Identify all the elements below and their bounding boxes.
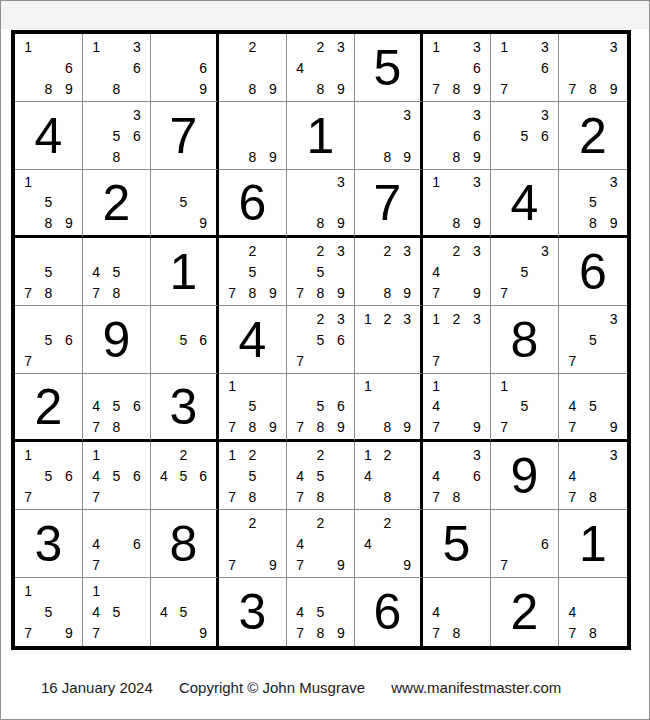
solved-digit: 6	[374, 587, 402, 637]
pencil-mark-9: 9	[193, 623, 213, 644]
pencil-mark-2: 2	[242, 444, 262, 465]
solved-digit: 3	[239, 587, 267, 637]
pencil-mark-2: 2	[378, 444, 398, 465]
pencil-mark-1: 1	[86, 36, 106, 57]
pencil-mark-7: 7	[86, 417, 106, 437]
pencil-mark-4: 4	[290, 601, 310, 622]
pencil-mark-6: 6	[193, 57, 213, 78]
pencil-mark-5: 5	[38, 601, 58, 622]
cell-r8c3: 8	[151, 510, 219, 578]
cell-r6c2: 45678	[83, 374, 151, 442]
pencil-marks: 356	[494, 104, 555, 167]
cell-r9c2: 1457	[83, 578, 151, 646]
pencil-mark-8: 8	[310, 282, 330, 303]
pencil-mark-2: 2	[310, 240, 330, 261]
pencil-mark-9: 9	[193, 78, 213, 99]
pencil-marks: 23479	[426, 240, 487, 303]
solved-digit: 9	[511, 451, 539, 501]
pencil-mark-8: 8	[106, 282, 126, 303]
solved-digit: 8	[511, 315, 539, 365]
cell-r2c3: 7	[151, 102, 219, 170]
cell-r8c6: 249	[355, 510, 423, 578]
cell-r2c6: 389	[355, 102, 423, 170]
pencil-mark-8: 8	[583, 486, 604, 507]
pencil-mark-4: 4	[426, 261, 446, 282]
pencil-marks: 1567	[18, 444, 79, 507]
pencil-mark-7: 7	[562, 350, 583, 371]
pencil-mark-2: 2	[310, 36, 330, 57]
pencil-mark-5: 5	[310, 261, 330, 282]
pencil-mark-3: 3	[467, 240, 487, 261]
pencil-mark-6: 6	[127, 396, 147, 416]
solved-digit: 2	[511, 587, 539, 637]
pencil-marks: 2456	[154, 444, 213, 507]
cell-r7c9: 3478	[559, 442, 627, 510]
cell-r1c1: 1689	[15, 34, 83, 102]
pencil-mark-5: 5	[38, 261, 58, 282]
pencil-mark-8: 8	[106, 146, 126, 167]
pencil-mark-3: 3	[535, 36, 555, 57]
pencil-mark-7: 7	[18, 486, 38, 507]
pencil-marks: 459	[154, 580, 213, 644]
pencil-marks: 1479	[426, 376, 487, 437]
pencil-mark-2: 2	[378, 240, 398, 261]
pencil-mark-6: 6	[467, 57, 487, 78]
pencil-marks: 578	[18, 240, 79, 303]
cell-r9c9: 478	[559, 578, 627, 646]
pencil-mark-6: 6	[127, 57, 147, 78]
pencil-mark-8: 8	[378, 417, 398, 437]
solved-digit: 1	[170, 247, 198, 297]
pencil-mark-7: 7	[222, 486, 242, 507]
pencil-marks: 23489	[290, 36, 351, 99]
pencil-mark-9: 9	[59, 623, 79, 644]
pencil-mark-8: 8	[38, 78, 58, 99]
pencil-mark-8: 8	[446, 78, 466, 99]
pencil-marks: 24578	[290, 444, 351, 507]
cell-r3c5: 389	[287, 170, 355, 238]
pencil-mark-6: 6	[127, 533, 147, 554]
pencil-mark-5: 5	[310, 396, 330, 416]
pencil-mark-5: 5	[583, 192, 604, 212]
cell-r1c7: 136789	[423, 34, 491, 102]
pencil-mark-8: 8	[310, 417, 330, 437]
pencil-mark-1: 1	[494, 36, 514, 57]
cell-r9c5: 45789	[287, 578, 355, 646]
cell-r2c2: 3568	[83, 102, 151, 170]
pencil-marks: 123	[358, 308, 417, 371]
pencil-mark-5: 5	[310, 601, 330, 622]
pencil-mark-3: 3	[535, 240, 555, 261]
cell-r9c1: 1579	[15, 578, 83, 646]
pencil-mark-9: 9	[59, 78, 79, 99]
solved-digit: 6	[579, 247, 607, 297]
pencil-mark-3: 3	[127, 36, 147, 57]
pencil-marks: 136789	[426, 36, 487, 99]
footer-website: www.manifestmaster.com	[391, 679, 561, 696]
cell-r8c4: 279	[219, 510, 287, 578]
pencil-marks: 279	[222, 512, 283, 575]
pencil-mark-9: 9	[263, 417, 283, 437]
solved-digit: 7	[170, 111, 198, 161]
pencil-mark-5: 5	[174, 465, 194, 486]
pencil-mark-5: 5	[514, 396, 534, 416]
pencil-mark-7: 7	[562, 486, 583, 507]
cell-r6c8: 157	[491, 374, 559, 442]
cell-r5c1: 567	[15, 306, 83, 374]
pencil-mark-3: 3	[603, 36, 624, 57]
pencil-marks: 1457	[86, 580, 147, 644]
pencil-marks: 467	[86, 512, 147, 575]
pencil-mark-2: 2	[310, 512, 330, 533]
pencil-mark-6: 6	[535, 57, 555, 78]
pencil-mark-8: 8	[446, 623, 466, 644]
cell-r3c8: 4	[491, 170, 559, 238]
pencil-marks: 59	[154, 172, 213, 233]
pencil-mark-3: 3	[127, 104, 147, 125]
pencil-mark-7: 7	[290, 554, 310, 575]
solved-digit: 5	[443, 519, 471, 569]
pencil-mark-1: 1	[426, 172, 446, 192]
cell-r3c1: 1589	[15, 170, 83, 238]
pencil-mark-3: 3	[331, 240, 351, 261]
pencil-mark-6: 6	[331, 396, 351, 416]
pencil-mark-6: 6	[467, 125, 487, 146]
pencil-mark-5: 5	[174, 329, 194, 350]
pencil-mark-8: 8	[446, 486, 466, 507]
pencil-mark-7: 7	[426, 350, 446, 371]
cell-r6c9: 4579	[559, 374, 627, 442]
solved-digit: 4	[239, 315, 267, 365]
pencil-mark-7: 7	[290, 486, 310, 507]
pencil-mark-7: 7	[222, 417, 242, 437]
cell-r7c6: 1248	[355, 442, 423, 510]
pencil-mark-7: 7	[494, 282, 514, 303]
pencil-mark-4: 4	[562, 465, 583, 486]
pencil-marks: 1248	[358, 444, 417, 507]
cell-r2c5: 1	[287, 102, 355, 170]
pencil-mark-8: 8	[446, 213, 466, 233]
pencil-mark-9: 9	[397, 554, 417, 575]
pencil-marks: 25789	[222, 240, 283, 303]
pencil-mark-3: 3	[331, 36, 351, 57]
pencil-mark-6: 6	[193, 329, 213, 350]
cell-r1c8: 1367	[491, 34, 559, 102]
pencil-mark-4: 4	[562, 396, 583, 416]
pencil-marks: 4578	[86, 240, 147, 303]
cell-r8c1: 3	[15, 510, 83, 578]
pencil-marks: 89	[222, 104, 283, 167]
cell-r4c4: 25789	[219, 238, 287, 306]
pencil-mark-7: 7	[18, 350, 38, 371]
pencil-mark-2: 2	[310, 308, 330, 329]
cell-r7c5: 24578	[287, 442, 355, 510]
pencil-mark-6: 6	[127, 125, 147, 146]
pencil-mark-2: 2	[446, 240, 466, 261]
pencil-marks: 23567	[290, 308, 351, 371]
pencil-mark-8: 8	[242, 282, 262, 303]
pencil-marks: 34678	[426, 444, 487, 507]
pencil-mark-3: 3	[397, 240, 417, 261]
cell-r1c4: 289	[219, 34, 287, 102]
pencil-mark-7: 7	[426, 282, 446, 303]
cell-r2c8: 356	[491, 102, 559, 170]
cell-r2c7: 3689	[423, 102, 491, 170]
cell-r9c6: 6	[355, 578, 423, 646]
cell-r6c4: 15789	[219, 374, 287, 442]
pencil-mark-1: 1	[86, 444, 106, 465]
pencil-mark-7: 7	[562, 623, 583, 644]
pencil-mark-9: 9	[263, 554, 283, 575]
pencil-marks: 1389	[426, 172, 487, 233]
sudoku-grid: 1689136869289234895136789136737894356878…	[11, 30, 631, 650]
solved-digit: 2	[579, 111, 607, 161]
pencil-marks: 478	[426, 580, 487, 644]
pencil-mark-3: 3	[467, 104, 487, 125]
pencil-mark-8: 8	[583, 78, 604, 99]
pencil-mark-3: 3	[467, 172, 487, 192]
solved-digit: 3	[35, 519, 63, 569]
pencil-marks: 3568	[86, 104, 147, 167]
pencil-mark-4: 4	[426, 601, 446, 622]
pencil-mark-4: 4	[86, 261, 106, 282]
pencil-marks: 3589	[562, 172, 624, 233]
pencil-marks: 45678	[86, 376, 147, 437]
pencil-mark-4: 4	[86, 465, 106, 486]
pencil-mark-5: 5	[514, 261, 534, 282]
pencil-marks: 2389	[358, 240, 417, 303]
cell-r7c4: 12578	[219, 442, 287, 510]
pencil-mark-6: 6	[59, 329, 79, 350]
pencil-mark-8: 8	[242, 78, 262, 99]
pencil-mark-6: 6	[535, 125, 555, 146]
pencil-mark-5: 5	[514, 125, 534, 146]
pencil-mark-7: 7	[86, 486, 106, 507]
pencil-mark-7: 7	[290, 417, 310, 437]
pencil-mark-4: 4	[290, 57, 310, 78]
solved-digit: 4	[511, 178, 539, 228]
pencil-mark-8: 8	[38, 213, 58, 233]
pencil-mark-8: 8	[106, 78, 126, 99]
solved-digit: 5	[374, 43, 402, 93]
pencil-mark-7: 7	[494, 554, 514, 575]
pencil-marks: 1368	[86, 36, 147, 99]
solved-digit: 8	[170, 519, 198, 569]
pencil-mark-1: 1	[494, 376, 514, 396]
pencil-mark-9: 9	[331, 213, 351, 233]
pencil-mark-9: 9	[331, 78, 351, 99]
cell-r5c2: 9	[83, 306, 151, 374]
pencil-mark-3: 3	[467, 308, 487, 329]
cell-r8c7: 5	[423, 510, 491, 578]
pencil-mark-9: 9	[603, 78, 624, 99]
pencil-mark-6: 6	[331, 329, 351, 350]
pencil-mark-3: 3	[467, 36, 487, 57]
pencil-mark-7: 7	[494, 417, 514, 437]
pencil-marks: 56	[154, 308, 213, 371]
pencil-mark-9: 9	[467, 282, 487, 303]
cell-r4c5: 235789	[287, 238, 355, 306]
solved-digit: 1	[579, 519, 607, 569]
cell-r7c3: 2456	[151, 442, 219, 510]
pencil-mark-7: 7	[290, 350, 310, 371]
pencil-marks: 4579	[562, 376, 624, 437]
pencil-marks: 1579	[18, 580, 79, 644]
pencil-mark-9: 9	[603, 213, 624, 233]
pencil-mark-8: 8	[378, 486, 398, 507]
cell-r2c1: 4	[15, 102, 83, 170]
pencil-mark-3: 3	[467, 444, 487, 465]
pencil-mark-5: 5	[174, 192, 194, 212]
pencil-mark-4: 4	[154, 601, 174, 622]
pencil-mark-3: 3	[397, 104, 417, 125]
pencil-mark-1: 1	[18, 36, 38, 57]
pencil-mark-9: 9	[59, 213, 79, 233]
pencil-marks: 389	[290, 172, 351, 233]
pencil-mark-1: 1	[358, 308, 378, 329]
cell-r2c9: 2	[559, 102, 627, 170]
pencil-marks: 357	[562, 308, 624, 371]
pencil-mark-4: 4	[86, 533, 106, 554]
pencil-mark-3: 3	[331, 308, 351, 329]
pencil-mark-9: 9	[331, 623, 351, 644]
pencil-mark-8: 8	[242, 417, 262, 437]
pencil-marks: 189	[358, 376, 417, 437]
pencil-marks: 1367	[494, 36, 555, 99]
pencil-mark-1: 1	[426, 308, 446, 329]
pencil-mark-9: 9	[603, 417, 624, 437]
cell-r5c6: 123	[355, 306, 423, 374]
cell-r3c3: 59	[151, 170, 219, 238]
pencil-mark-8: 8	[310, 623, 330, 644]
pencil-mark-3: 3	[331, 172, 351, 192]
solved-digit: 3	[170, 382, 198, 432]
pencil-mark-5: 5	[242, 396, 262, 416]
cell-r5c8: 8	[491, 306, 559, 374]
cell-r6c1: 2	[15, 374, 83, 442]
footer: 16 January 2024 Copyright © John Musgrav…	[41, 679, 561, 696]
cell-r3c6: 7	[355, 170, 423, 238]
pencil-mark-5: 5	[174, 601, 194, 622]
pencil-marks: 1689	[18, 36, 79, 99]
pencil-mark-5: 5	[242, 261, 262, 282]
pencil-mark-9: 9	[397, 282, 417, 303]
pencil-mark-9: 9	[467, 417, 487, 437]
pencil-mark-7: 7	[222, 554, 242, 575]
pencil-mark-6: 6	[127, 465, 147, 486]
cell-r4c7: 23479	[423, 238, 491, 306]
pencil-marks: 478	[562, 580, 624, 644]
pencil-marks: 567	[18, 308, 79, 371]
pencil-mark-2: 2	[378, 512, 398, 533]
pencil-mark-2: 2	[242, 240, 262, 261]
cell-r9c8: 2	[491, 578, 559, 646]
pencil-mark-4: 4	[358, 465, 378, 486]
pencil-marks: 12578	[222, 444, 283, 507]
cell-r6c3: 3	[151, 374, 219, 442]
cell-r7c1: 1567	[15, 442, 83, 510]
cell-r5c4: 4	[219, 306, 287, 374]
pencil-marks: 67	[494, 512, 555, 575]
pencil-mark-1: 1	[86, 580, 106, 601]
cell-r6c7: 1479	[423, 374, 491, 442]
pencil-mark-9: 9	[331, 554, 351, 575]
pencil-mark-9: 9	[263, 282, 283, 303]
pencil-mark-5: 5	[38, 192, 58, 212]
pencil-mark-8: 8	[310, 486, 330, 507]
pencil-marks: 249	[358, 512, 417, 575]
pencil-mark-2: 2	[378, 308, 398, 329]
pencil-mark-3: 3	[603, 444, 624, 465]
pencil-mark-5: 5	[242, 465, 262, 486]
solved-digit: 4	[35, 111, 63, 161]
pencil-marks: 1589	[18, 172, 79, 233]
pencil-mark-5: 5	[583, 329, 604, 350]
pencil-mark-2: 2	[242, 512, 262, 533]
pencil-mark-1: 1	[426, 36, 446, 57]
pencil-mark-5: 5	[106, 396, 126, 416]
pencil-mark-9: 9	[397, 146, 417, 167]
cell-r4c1: 578	[15, 238, 83, 306]
pencil-mark-3: 3	[535, 104, 555, 125]
pencil-mark-7: 7	[86, 623, 106, 644]
pencil-mark-1: 1	[18, 172, 38, 192]
pencil-mark-3: 3	[603, 172, 624, 192]
solved-digit: 2	[103, 178, 131, 228]
pencil-mark-7: 7	[18, 282, 38, 303]
cell-r4c2: 4578	[83, 238, 151, 306]
pencil-mark-1: 1	[358, 376, 378, 396]
pencil-mark-8: 8	[106, 417, 126, 437]
cell-r9c3: 459	[151, 578, 219, 646]
pencil-mark-7: 7	[426, 623, 446, 644]
cell-r3c2: 2	[83, 170, 151, 238]
pencil-mark-5: 5	[106, 261, 126, 282]
pencil-marks: 3478	[562, 444, 624, 507]
pencil-mark-7: 7	[426, 78, 446, 99]
cell-r6c5: 56789	[287, 374, 355, 442]
pencil-marks: 2479	[290, 512, 351, 575]
pencil-mark-7: 7	[290, 623, 310, 644]
cell-r6c6: 189	[355, 374, 423, 442]
pencil-mark-4: 4	[290, 465, 310, 486]
pencil-mark-4: 4	[426, 396, 446, 416]
pencil-mark-5: 5	[310, 329, 330, 350]
pencil-mark-9: 9	[467, 213, 487, 233]
cell-r8c5: 2479	[287, 510, 355, 578]
pencil-mark-7: 7	[426, 417, 446, 437]
pencil-mark-7: 7	[426, 486, 446, 507]
pencil-mark-5: 5	[106, 125, 126, 146]
footer-date: 16 January 2024	[41, 679, 153, 696]
pencil-mark-9: 9	[263, 78, 283, 99]
pencil-marks: 1237	[426, 308, 487, 371]
cell-r2c4: 89	[219, 102, 287, 170]
cell-r8c2: 467	[83, 510, 151, 578]
pencil-mark-1: 1	[18, 444, 38, 465]
pencil-mark-5: 5	[38, 329, 58, 350]
cell-r9c7: 478	[423, 578, 491, 646]
pencil-marks: 289	[222, 36, 283, 99]
pencil-mark-1: 1	[358, 444, 378, 465]
pencil-mark-7: 7	[222, 282, 242, 303]
cell-r4c3: 1	[151, 238, 219, 306]
pencil-mark-8: 8	[38, 282, 58, 303]
pencil-marks: 235789	[290, 240, 351, 303]
cell-r1c9: 3789	[559, 34, 627, 102]
pencil-mark-8: 8	[310, 213, 330, 233]
pencil-mark-5: 5	[583, 396, 604, 416]
